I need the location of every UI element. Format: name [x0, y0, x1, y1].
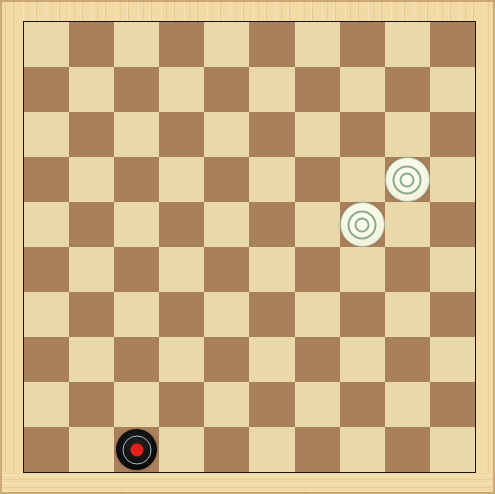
dark-square-24[interactable] [340, 202, 385, 247]
light-square-r6c2 [114, 292, 159, 337]
light-square-r6c0 [24, 292, 69, 337]
light-square-r0c0 [24, 22, 69, 67]
dark-square-26[interactable] [24, 247, 69, 292]
light-square-r5c7 [340, 247, 385, 292]
dark-square-46[interactable] [24, 427, 69, 472]
dark-square-15[interactable] [430, 112, 475, 157]
white-man-piece[interactable] [340, 202, 385, 247]
dark-square-8[interactable] [204, 67, 249, 112]
dark-square-48[interactable] [204, 427, 249, 472]
dark-square-18[interactable] [204, 157, 249, 202]
dark-square-1[interactable] [69, 22, 114, 67]
dark-square-34[interactable] [340, 292, 385, 337]
dark-square-14[interactable] [340, 112, 385, 157]
light-square-r7c7 [340, 337, 385, 382]
light-square-r4c2 [114, 202, 159, 247]
dark-square-5[interactable] [430, 22, 475, 67]
dark-square-36[interactable] [24, 337, 69, 382]
dark-square-49[interactable] [295, 427, 340, 472]
light-square-r1c5 [249, 67, 294, 112]
light-square-r6c4 [204, 292, 249, 337]
light-square-r7c1 [69, 337, 114, 382]
light-square-r8c4 [204, 382, 249, 427]
light-square-r1c9 [430, 67, 475, 112]
dark-square-20[interactable] [385, 157, 430, 202]
light-square-r9c1 [69, 427, 114, 472]
dark-square-50[interactable] [385, 427, 430, 472]
light-square-r3c5 [249, 157, 294, 202]
dark-square-3[interactable] [249, 22, 294, 67]
light-square-r3c9 [430, 157, 475, 202]
light-square-r5c3 [159, 247, 204, 292]
light-square-r8c2 [114, 382, 159, 427]
dark-square-27[interactable] [114, 247, 159, 292]
dark-square-11[interactable] [69, 112, 114, 157]
dark-square-38[interactable] [204, 337, 249, 382]
light-square-r9c5 [249, 427, 294, 472]
dark-square-42[interactable] [159, 382, 204, 427]
light-square-r4c0 [24, 202, 69, 247]
light-square-r0c2 [114, 22, 159, 67]
dark-square-25[interactable] [430, 202, 475, 247]
light-square-r5c1 [69, 247, 114, 292]
dark-square-33[interactable] [249, 292, 294, 337]
light-square-r3c7 [340, 157, 385, 202]
dark-square-37[interactable] [114, 337, 159, 382]
dark-square-31[interactable] [69, 292, 114, 337]
light-square-r4c4 [204, 202, 249, 247]
dark-square-16[interactable] [24, 157, 69, 202]
light-square-r2c6 [295, 112, 340, 157]
light-square-r0c8 [385, 22, 430, 67]
dark-square-13[interactable] [249, 112, 294, 157]
light-square-r3c3 [159, 157, 204, 202]
dark-square-40[interactable] [385, 337, 430, 382]
dark-square-21[interactable] [69, 202, 114, 247]
light-square-r1c1 [69, 67, 114, 112]
dark-square-39[interactable] [295, 337, 340, 382]
light-square-r8c8 [385, 382, 430, 427]
dark-square-47[interactable] [114, 427, 159, 472]
white-man-piece[interactable] [385, 157, 430, 202]
black-man-piece[interactable] [116, 429, 157, 470]
dark-square-41[interactable] [69, 382, 114, 427]
dark-square-2[interactable] [159, 22, 204, 67]
red-center-dot [130, 443, 143, 456]
light-square-r1c7 [340, 67, 385, 112]
dark-square-29[interactable] [295, 247, 340, 292]
light-square-r0c6 [295, 22, 340, 67]
dark-square-30[interactable] [385, 247, 430, 292]
dark-square-12[interactable] [159, 112, 204, 157]
dark-square-10[interactable] [385, 67, 430, 112]
dark-square-17[interactable] [114, 157, 159, 202]
light-square-r1c3 [159, 67, 204, 112]
light-square-r7c5 [249, 337, 294, 382]
light-square-r2c4 [204, 112, 249, 157]
light-square-r2c8 [385, 112, 430, 157]
dark-square-19[interactable] [295, 157, 340, 202]
dark-square-7[interactable] [114, 67, 159, 112]
dark-square-44[interactable] [340, 382, 385, 427]
light-square-r8c6 [295, 382, 340, 427]
light-square-r4c8 [385, 202, 430, 247]
light-square-r3c1 [69, 157, 114, 202]
light-square-r2c0 [24, 112, 69, 157]
light-square-r6c8 [385, 292, 430, 337]
light-square-r8c0 [24, 382, 69, 427]
dark-square-22[interactable] [159, 202, 204, 247]
dark-square-23[interactable] [249, 202, 294, 247]
dark-square-35[interactable] [430, 292, 475, 337]
white-center-ring [355, 217, 370, 232]
light-square-r9c7 [340, 427, 385, 472]
light-square-r7c3 [159, 337, 204, 382]
dark-square-45[interactable] [430, 382, 475, 427]
light-square-r7c9 [430, 337, 475, 382]
light-square-r4c6 [295, 202, 340, 247]
dark-square-6[interactable] [24, 67, 69, 112]
light-square-r6c6 [295, 292, 340, 337]
light-square-r9c9 [430, 427, 475, 472]
dark-square-28[interactable] [204, 247, 249, 292]
light-square-r2c2 [114, 112, 159, 157]
light-square-r5c9 [430, 247, 475, 292]
dark-square-32[interactable] [159, 292, 204, 337]
wood-grain-bottom [2, 473, 493, 492]
light-square-r5c5 [249, 247, 294, 292]
dark-square-43[interactable] [249, 382, 294, 427]
dark-square-9[interactable] [295, 67, 340, 112]
white-center-ring [400, 172, 415, 187]
light-square-r9c3 [159, 427, 204, 472]
light-square-r0c4 [204, 22, 249, 67]
dark-square-4[interactable] [340, 22, 385, 67]
board [23, 21, 476, 473]
